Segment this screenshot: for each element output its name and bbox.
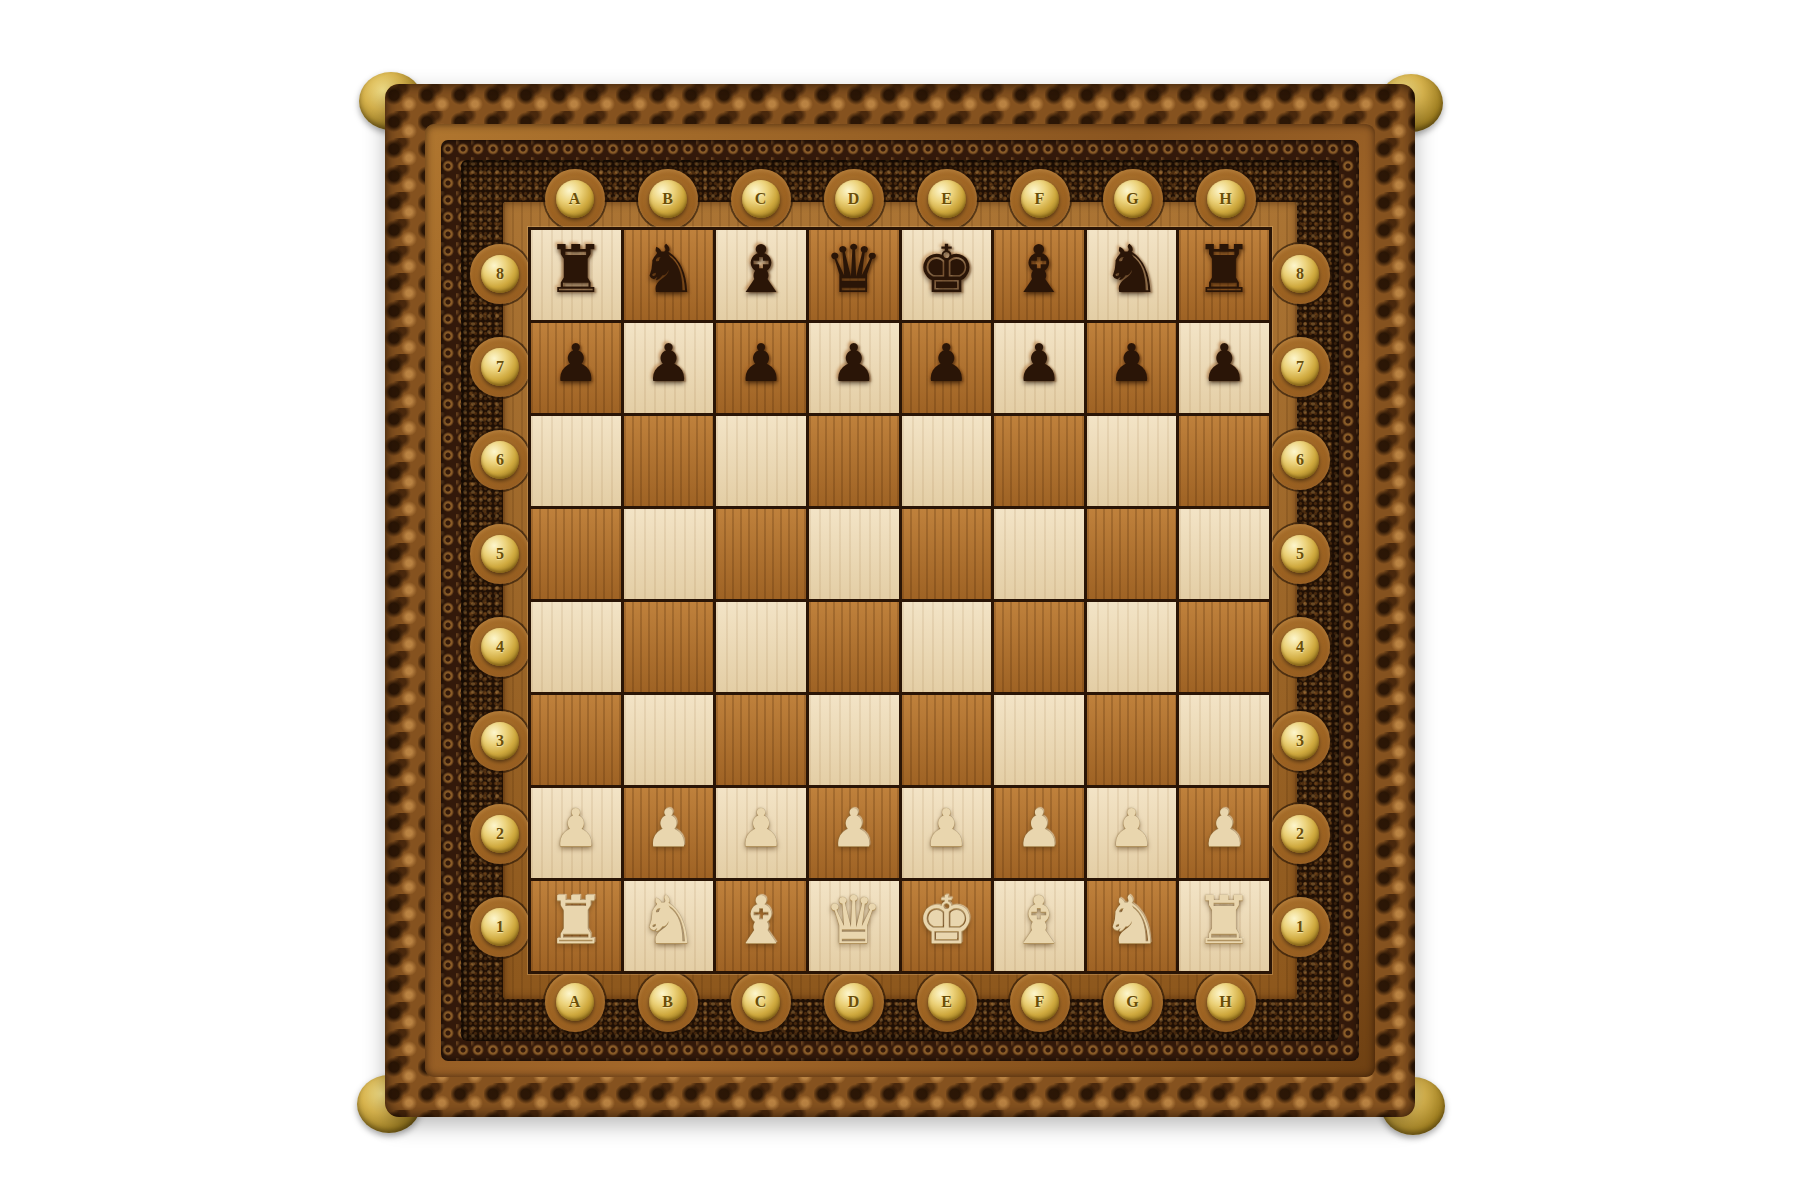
piece-black-bishop-c8[interactable]: ♝: [731, 237, 790, 303]
square-d7[interactable]: ♟: [809, 323, 899, 413]
coordinate-stud-right-8: 8: [1281, 255, 1319, 293]
piece-white-knight-b1[interactable]: ♞: [639, 888, 698, 954]
piece-white-pawn-f2[interactable]: ♟: [1016, 802, 1063, 854]
piece-black-bishop-f8[interactable]: ♝: [1009, 237, 1068, 303]
piece-black-pawn-a7[interactable]: ♟: [553, 337, 600, 389]
square-f5[interactable]: [994, 509, 1084, 599]
square-d1[interactable]: ♛: [809, 881, 899, 971]
square-h2[interactable]: ♟: [1179, 788, 1269, 878]
coordinate-stud-top-H: H: [1207, 180, 1245, 218]
coordinate-stud-top-E: E: [928, 180, 966, 218]
square-e1[interactable]: ♚: [902, 881, 992, 971]
square-g7[interactable]: ♟: [1087, 323, 1177, 413]
square-d2[interactable]: ♟: [809, 788, 899, 878]
square-h8[interactable]: ♜: [1179, 230, 1269, 320]
coordinate-stud-bottom-B: B: [649, 983, 687, 1021]
square-c6[interactable]: [716, 416, 806, 506]
square-f7[interactable]: ♟: [994, 323, 1084, 413]
coordinate-stud-top-A: A: [556, 180, 594, 218]
piece-white-bishop-f1[interactable]: ♝: [1009, 888, 1068, 954]
square-e2[interactable]: ♟: [902, 788, 992, 878]
coordinate-stud-left-8: 8: [481, 255, 519, 293]
square-g2[interactable]: ♟: [1087, 788, 1177, 878]
coordinate-stud-top-B: B: [649, 180, 687, 218]
square-e6[interactable]: [902, 416, 992, 506]
square-h3[interactable]: [1179, 695, 1269, 785]
coordinate-stud-bottom-E: E: [928, 983, 966, 1021]
coordinate-stud-left-7: 7: [481, 348, 519, 386]
square-b6[interactable]: [624, 416, 714, 506]
piece-black-king-e8[interactable]: ♚: [917, 237, 976, 303]
coordinate-stud-bottom-D: D: [835, 983, 873, 1021]
coordinate-stud-bottom-H: H: [1207, 983, 1245, 1021]
square-f1[interactable]: ♝: [994, 881, 1084, 971]
piece-black-knight-b8[interactable]: ♞: [639, 237, 698, 303]
coordinate-stud-left-5: 5: [481, 535, 519, 573]
square-c2[interactable]: ♟: [716, 788, 806, 878]
square-c4[interactable]: [716, 602, 806, 692]
square-d6[interactable]: [809, 416, 899, 506]
piece-black-pawn-d7[interactable]: ♟: [830, 337, 877, 389]
square-e4[interactable]: [902, 602, 992, 692]
piece-white-bishop-c1[interactable]: ♝: [731, 888, 790, 954]
square-g1[interactable]: ♞: [1087, 881, 1177, 971]
piece-white-queen-d1[interactable]: ♛: [824, 888, 883, 954]
piece-white-rook-h1[interactable]: ♜: [1195, 888, 1254, 954]
square-b7[interactable]: ♟: [624, 323, 714, 413]
square-e3[interactable]: [902, 695, 992, 785]
coordinate-stud-right-2: 2: [1281, 815, 1319, 853]
square-c7[interactable]: ♟: [716, 323, 806, 413]
piece-black-pawn-g7[interactable]: ♟: [1108, 337, 1155, 389]
coordinate-stud-bottom-F: F: [1021, 983, 1059, 1021]
square-h4[interactable]: [1179, 602, 1269, 692]
square-g8[interactable]: ♞: [1087, 230, 1177, 320]
square-f4[interactable]: [994, 602, 1084, 692]
square-a6[interactable]: [531, 416, 621, 506]
square-f8[interactable]: ♝: [994, 230, 1084, 320]
coordinate-stud-bottom-C: C: [742, 983, 780, 1021]
piece-black-pawn-e7[interactable]: ♟: [923, 337, 970, 389]
square-c5[interactable]: [716, 509, 806, 599]
square-g6[interactable]: [1087, 416, 1177, 506]
square-h7[interactable]: ♟: [1179, 323, 1269, 413]
square-c8[interactable]: ♝: [716, 230, 806, 320]
square-g3[interactable]: [1087, 695, 1177, 785]
square-d8[interactable]: ♛: [809, 230, 899, 320]
square-h1[interactable]: ♜: [1179, 881, 1269, 971]
piece-black-pawn-b7[interactable]: ♟: [645, 337, 692, 389]
square-b5[interactable]: [624, 509, 714, 599]
square-g5[interactable]: [1087, 509, 1177, 599]
square-c1[interactable]: ♝: [716, 881, 806, 971]
piece-white-pawn-h2[interactable]: ♟: [1201, 802, 1248, 854]
piece-black-pawn-h7[interactable]: ♟: [1201, 337, 1248, 389]
square-c3[interactable]: [716, 695, 806, 785]
piece-black-queen-d8[interactable]: ♛: [824, 237, 883, 303]
square-a7[interactable]: ♟: [531, 323, 621, 413]
piece-black-pawn-f7[interactable]: ♟: [1016, 337, 1063, 389]
coordinate-stud-bottom-A: A: [556, 983, 594, 1021]
square-h6[interactable]: [1179, 416, 1269, 506]
square-e8[interactable]: ♚: [902, 230, 992, 320]
coordinate-stud-top-F: F: [1021, 180, 1059, 218]
square-h5[interactable]: [1179, 509, 1269, 599]
coordinate-stud-left-2: 2: [481, 815, 519, 853]
piece-white-pawn-c2[interactable]: ♟: [738, 802, 785, 854]
piece-white-pawn-b2[interactable]: ♟: [645, 802, 692, 854]
square-a8[interactable]: ♜: [531, 230, 621, 320]
square-b4[interactable]: [624, 602, 714, 692]
square-g4[interactable]: [1087, 602, 1177, 692]
square-d4[interactable]: [809, 602, 899, 692]
piece-white-pawn-e2[interactable]: ♟: [923, 802, 970, 854]
coordinate-stud-top-G: G: [1114, 180, 1152, 218]
coordinate-stud-left-3: 3: [481, 722, 519, 760]
square-d3[interactable]: [809, 695, 899, 785]
coordinate-stud-top-C: C: [742, 180, 780, 218]
piece-black-rook-h8[interactable]: ♜: [1195, 237, 1254, 303]
coordinate-stud-right-7: 7: [1281, 348, 1319, 386]
scene: ♜♞♝♛♚♝♞♜♟♟♟♟♟♟♟♟♟♟♟♟♟♟♟♟♜♞♝♛♚♝♞♜ AA88BB7…: [0, 0, 1800, 1200]
square-a4[interactable]: [531, 602, 621, 692]
square-e5[interactable]: [902, 509, 992, 599]
square-f2[interactable]: ♟: [994, 788, 1084, 878]
coordinate-stud-bottom-G: G: [1114, 983, 1152, 1021]
coordinate-stud-right-5: 5: [1281, 535, 1319, 573]
coordinate-stud-top-D: D: [835, 180, 873, 218]
piece-white-pawn-a2[interactable]: ♟: [553, 802, 600, 854]
piece-white-pawn-d2[interactable]: ♟: [830, 802, 877, 854]
piece-white-king-e1[interactable]: ♚: [917, 888, 976, 954]
piece-black-rook-a8[interactable]: ♜: [546, 237, 605, 303]
piece-white-pawn-g2[interactable]: ♟: [1108, 802, 1155, 854]
square-a5[interactable]: [531, 509, 621, 599]
square-b1[interactable]: ♞: [624, 881, 714, 971]
coordinate-stud-right-4: 4: [1281, 628, 1319, 666]
coordinate-stud-right-3: 3: [1281, 722, 1319, 760]
square-e7[interactable]: ♟: [902, 323, 992, 413]
square-b3[interactable]: [624, 695, 714, 785]
board-grid: ♜♞♝♛♚♝♞♜♟♟♟♟♟♟♟♟♟♟♟♟♟♟♟♟♜♞♝♛♚♝♞♜: [528, 227, 1272, 974]
square-d5[interactable]: [809, 509, 899, 599]
piece-white-rook-a1[interactable]: ♜: [546, 888, 605, 954]
chess-board: ♜♞♝♛♚♝♞♜♟♟♟♟♟♟♟♟♟♟♟♟♟♟♟♟♜♞♝♛♚♝♞♜ AA88BB7…: [385, 84, 1415, 1117]
piece-white-knight-g1[interactable]: ♞: [1102, 888, 1161, 954]
piece-black-knight-g8[interactable]: ♞: [1102, 237, 1161, 303]
square-b8[interactable]: ♞: [624, 230, 714, 320]
square-a2[interactable]: ♟: [531, 788, 621, 878]
square-b2[interactable]: ♟: [624, 788, 714, 878]
square-f3[interactable]: [994, 695, 1084, 785]
piece-black-pawn-c7[interactable]: ♟: [738, 337, 785, 389]
square-f6[interactable]: [994, 416, 1084, 506]
square-a3[interactable]: [531, 695, 621, 785]
square-a1[interactable]: ♜: [531, 881, 621, 971]
coordinate-stud-left-4: 4: [481, 628, 519, 666]
